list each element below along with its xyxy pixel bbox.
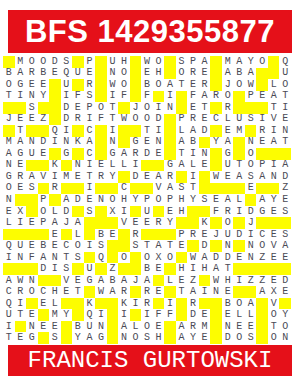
blank-cell <box>256 79 268 91</box>
letter-cell: E <box>279 252 291 264</box>
letter-cell: E <box>279 114 291 126</box>
blank-cell <box>199 275 211 287</box>
blank-cell <box>95 183 107 195</box>
title-band: BFS 1429355877 <box>8 10 292 53</box>
blank-cell <box>118 125 130 137</box>
letter-cell: R <box>141 298 153 310</box>
letter-cell: E <box>153 263 165 275</box>
letter-cell: M <box>61 171 73 183</box>
letter-cell: O <box>141 321 153 333</box>
blank-cell <box>164 321 176 333</box>
letter-cell: G <box>15 79 27 91</box>
blank-cell <box>26 125 38 137</box>
blank-cell <box>245 125 257 137</box>
letter-cell: N <box>245 137 257 149</box>
letter-cell: Q <box>95 252 107 264</box>
letter-cell: T <box>15 125 27 137</box>
letter-cell: E <box>256 91 268 103</box>
letter-cell: D <box>233 229 245 241</box>
letter-cell: R <box>187 321 199 333</box>
letter-cell: B <box>187 137 199 149</box>
letter-cell: U <box>141 206 153 218</box>
letter-cell: T <box>3 91 15 103</box>
blank-cell <box>95 91 107 103</box>
blank-cell <box>84 252 96 264</box>
letter-cell: K <box>72 137 84 149</box>
letter-cell: E <box>26 240 38 252</box>
letter-cell: Z <box>245 275 257 287</box>
blank-cell <box>199 137 211 149</box>
letter-cell: U <box>222 160 234 172</box>
blank-cell <box>38 229 50 241</box>
blank-cell <box>164 229 176 241</box>
letter-cell: L <box>118 160 130 172</box>
letter-cell: D <box>61 114 73 126</box>
letter-cell: O <box>26 286 38 298</box>
letter-cell: D <box>49 56 61 68</box>
letter-cell: C <box>210 114 222 126</box>
letter-cell: K <box>84 298 96 310</box>
letter-cell: T <box>199 102 211 114</box>
letter-cell: C <box>61 240 73 252</box>
letter-cell: E <box>38 79 50 91</box>
letter-cell: C <box>84 148 96 160</box>
blank-cell <box>49 114 61 126</box>
letter-cell: T <box>84 171 96 183</box>
letter-cell: L <box>245 309 257 321</box>
blank-cell <box>268 68 280 80</box>
letter-cell: A <box>245 68 257 80</box>
letter-cell: A <box>84 332 96 344</box>
letter-cell: Y <box>187 194 199 206</box>
letter-cell: L <box>233 309 245 321</box>
blank-cell <box>26 206 38 218</box>
blank-cell <box>153 160 165 172</box>
letter-cell: S <box>176 183 188 195</box>
letter-cell: E <box>15 332 27 344</box>
blank-cell <box>26 194 38 206</box>
blank-cell <box>210 56 222 68</box>
blank-cell <box>199 298 211 310</box>
letter-cell: N <box>153 137 165 149</box>
blank-cell <box>233 240 245 252</box>
letter-cell: E <box>49 321 61 333</box>
letter-cell: G <box>26 332 38 344</box>
letter-cell: Z <box>279 183 291 195</box>
letter-cell: E <box>26 79 38 91</box>
letter-cell: E <box>245 321 257 333</box>
letter-cell: T <box>61 252 73 264</box>
letter-cell: U <box>233 114 245 126</box>
letter-cell: M <box>233 125 245 137</box>
letter-cell: P <box>38 217 50 229</box>
letter-cell: S <box>95 240 107 252</box>
letter-cell: O <box>233 298 245 310</box>
letter-cell: A <box>176 332 188 344</box>
letter-cell: I <box>61 91 73 103</box>
letter-cell: O <box>153 79 165 91</box>
letter-cell: E <box>268 252 280 264</box>
letter-cell: E <box>26 309 38 321</box>
letter-cell: A <box>118 321 130 333</box>
letter-cell: A <box>199 91 211 103</box>
letter-cell: W <box>141 56 153 68</box>
blank-cell <box>176 171 188 183</box>
letter-cell: D <box>279 171 291 183</box>
letter-cell: T <box>222 263 234 275</box>
blank-cell <box>61 298 73 310</box>
letter-cell: O <box>233 332 245 344</box>
letter-cell: T <box>176 286 188 298</box>
letter-cell: M <box>222 56 234 68</box>
letter-cell: I <box>118 309 130 321</box>
letter-cell: L <box>130 321 142 333</box>
letter-cell: Z <box>256 275 268 287</box>
letter-cell: C <box>38 286 50 298</box>
letter-cell: E <box>222 125 234 137</box>
blank-cell <box>233 263 245 275</box>
letter-cell: J <box>130 102 142 114</box>
letter-cell: T <box>107 114 119 126</box>
blank-cell <box>107 309 119 321</box>
letter-cell: K <box>199 217 211 229</box>
blank-cell <box>233 286 245 298</box>
letter-cell: A <box>3 148 15 160</box>
letter-cell: T <box>279 91 291 103</box>
letter-cell: E <box>141 171 153 183</box>
letter-cell: S <box>61 56 73 68</box>
blank-cell <box>199 171 211 183</box>
blank-cell <box>95 68 107 80</box>
blank-cell <box>245 102 257 114</box>
letter-cell: C <box>118 183 130 195</box>
blank-cell <box>84 229 96 241</box>
letter-cell: D <box>141 148 153 160</box>
letter-cell: O <box>222 91 234 103</box>
letter-cell: E <box>199 160 211 172</box>
letter-cell: H <box>176 194 188 206</box>
letter-cell: N <box>26 275 38 287</box>
letter-cell: S <box>84 91 96 103</box>
letter-cell: N <box>15 252 27 264</box>
letter-cell: E <box>153 148 165 160</box>
blank-cell <box>256 309 268 321</box>
blank-cell <box>210 125 222 137</box>
blank-cell <box>256 298 268 310</box>
letter-cell: W <box>187 252 199 264</box>
letter-cell: C <box>3 286 15 298</box>
letter-cell: S <box>245 114 257 126</box>
letter-cell: V <box>61 275 73 287</box>
letter-cell: W <box>210 171 222 183</box>
letter-cell: I <box>187 263 199 275</box>
letter-cell: K <box>49 160 61 172</box>
letter-cell: O <box>141 102 153 114</box>
blank-cell <box>38 309 50 321</box>
letter-cell: R <box>141 286 153 298</box>
letter-cell: A <box>176 321 188 333</box>
blank-cell <box>26 229 38 241</box>
letter-cell: A <box>84 137 96 149</box>
letter-cell: D <box>210 252 222 264</box>
blank-cell <box>49 102 61 114</box>
letter-cell: I <box>164 298 176 310</box>
letter-cell: A <box>256 286 268 298</box>
letter-cell: E <box>38 148 50 160</box>
letter-cell: D <box>61 102 73 114</box>
letter-cell: E <box>61 286 73 298</box>
blank-cell <box>118 171 130 183</box>
blank-cell <box>95 79 107 91</box>
blank-cell <box>210 102 222 114</box>
letter-cell: X <box>15 206 27 218</box>
letter-cell: T <box>141 125 153 137</box>
blank-cell <box>164 286 176 298</box>
blank-cell <box>210 79 222 91</box>
letter-cell: I <box>15 217 27 229</box>
blank-cell <box>61 332 73 344</box>
letter-cell: Z <box>256 252 268 264</box>
blank-cell <box>26 298 38 310</box>
letter-cell: E <box>199 309 211 321</box>
blank-cell <box>164 56 176 68</box>
blank-cell <box>245 194 257 206</box>
letter-cell: E <box>279 286 291 298</box>
letter-cell: P <box>84 102 96 114</box>
letter-cell: E <box>141 137 153 149</box>
blank-cell <box>84 217 96 229</box>
letter-cell: O <box>26 56 38 68</box>
letter-cell: I <box>130 298 142 310</box>
letter-cell: E <box>199 229 211 241</box>
letter-cell: H <box>118 194 130 206</box>
letter-cell: A <box>153 171 165 183</box>
blank-cell <box>279 217 291 229</box>
letter-cell: I <box>49 263 61 275</box>
letter-cell: R <box>130 229 142 241</box>
letter-cell: G <box>130 137 142 149</box>
letter-cell: I <box>61 125 73 137</box>
blank-cell <box>210 68 222 80</box>
letter-cell: E <box>153 321 165 333</box>
letter-cell: P <box>164 194 176 206</box>
blank-cell <box>153 275 165 287</box>
letter-cell: I <box>153 102 165 114</box>
letter-cell: O <box>279 321 291 333</box>
blank-cell <box>38 125 50 137</box>
letter-cell: L <box>268 79 280 91</box>
blank-cell <box>61 183 73 195</box>
letter-cell: A <box>118 275 130 287</box>
letter-cell: F <box>118 91 130 103</box>
letter-cell: A <box>279 160 291 172</box>
letter-cell: R <box>84 79 96 91</box>
blank-cell <box>222 183 234 195</box>
letter-cell: A <box>233 56 245 68</box>
letter-cell: O <box>153 56 165 68</box>
letter-cell: I <box>84 114 96 126</box>
blank-cell <box>118 263 130 275</box>
blank-cell <box>130 79 142 91</box>
letter-cell: R <box>164 171 176 183</box>
letter-cell: L <box>176 125 188 137</box>
letter-cell: T <box>15 309 27 321</box>
letter-cell: B <box>222 298 234 310</box>
letter-cell: B <box>141 79 153 91</box>
letter-cell: T <box>3 332 15 344</box>
blank-cell <box>210 298 222 310</box>
letter-cell: D <box>222 252 234 264</box>
letter-cell: A <box>199 252 211 264</box>
letter-cell: D <box>72 194 84 206</box>
blank-cell <box>176 217 188 229</box>
book-title: BFS 1429355877 <box>25 14 275 50</box>
letter-cell: J <box>210 229 222 241</box>
blank-cell <box>130 206 142 218</box>
letter-cell: Q <box>279 56 291 68</box>
letter-cell: O <box>130 332 142 344</box>
letter-cell: A <box>141 275 153 287</box>
blank-cell <box>118 102 130 114</box>
letter-cell: O <box>256 240 268 252</box>
letter-cell: L <box>49 298 61 310</box>
blank-cell <box>256 332 268 344</box>
blank-cell <box>164 68 176 80</box>
letter-cell: E <box>176 275 188 287</box>
letter-cell: A <box>256 171 268 183</box>
letter-cell: A <box>38 252 50 264</box>
blank-cell <box>256 148 268 160</box>
letter-cell: R <box>26 68 38 80</box>
letter-cell: E <box>3 206 15 218</box>
letter-cell: F <box>95 114 107 126</box>
letter-cell: A <box>210 263 222 275</box>
letter-cell: N <box>3 160 15 172</box>
blank-cell <box>49 275 61 287</box>
blank-cell <box>26 160 38 172</box>
letter-cell: U <box>72 68 84 80</box>
letter-cell: Y <box>210 137 222 149</box>
letter-cell: A <box>199 56 211 68</box>
letter-cell: T <box>233 160 245 172</box>
blank-cell <box>279 298 291 310</box>
letter-cell: G <box>3 171 15 183</box>
letter-cell: R <box>222 206 234 218</box>
letter-cell: R <box>199 79 211 91</box>
letter-cell: A <box>268 137 280 149</box>
letter-cell: T <box>268 102 280 114</box>
blank-cell <box>3 102 15 114</box>
letter-cell: Y <box>187 332 199 344</box>
letter-cell: A <box>164 79 176 91</box>
letter-cell: D <box>38 263 50 275</box>
blank-cell <box>233 102 245 114</box>
letter-cell: M <box>199 321 211 333</box>
letter-cell: O <box>279 79 291 91</box>
letter-cell: E <box>245 183 257 195</box>
letter-cell: U <box>84 263 96 275</box>
letter-cell: T <box>72 286 84 298</box>
blank-cell <box>187 217 199 229</box>
blank-cell <box>38 332 50 344</box>
letter-cell: N <box>95 194 107 206</box>
letter-cell: G <box>61 148 73 160</box>
letter-cell: A <box>107 286 119 298</box>
letter-cell: O <box>268 309 280 321</box>
letter-cell: C <box>84 125 96 137</box>
letter-cell: O <box>107 194 119 206</box>
blank-cell <box>141 183 153 195</box>
letter-cell: I <box>118 206 130 218</box>
letter-cell: I <box>84 183 96 195</box>
letter-cell: Y <box>130 194 142 206</box>
blank-cell <box>164 148 176 160</box>
letter-cell: A <box>222 194 234 206</box>
letter-cell: U <box>107 56 119 68</box>
letter-cell: I <box>130 160 142 172</box>
letter-cell: N <box>3 194 15 206</box>
letter-cell: N <box>61 137 73 149</box>
blank-cell <box>256 68 268 80</box>
letter-cell: D <box>130 171 142 183</box>
letter-cell: M <box>3 137 15 149</box>
letter-cell: A <box>222 68 234 80</box>
letter-cell: N <box>222 321 234 333</box>
letter-cell: E <box>176 240 188 252</box>
blank-cell <box>141 229 153 241</box>
blank-cell <box>107 183 119 195</box>
letter-cell: L <box>164 275 176 287</box>
letter-cell: R <box>222 102 234 114</box>
letter-cell: E <box>49 240 61 252</box>
letter-cell: L <box>233 194 245 206</box>
blank-cell <box>176 309 188 321</box>
letter-cell: A <box>15 68 27 80</box>
letter-cell: E <box>141 217 153 229</box>
blank-cell <box>256 183 268 195</box>
blank-cell <box>107 217 119 229</box>
letter-cell: D <box>38 137 50 149</box>
letter-cell: T <box>268 321 280 333</box>
blank-cell <box>72 148 84 160</box>
letter-cell: N <box>26 137 38 149</box>
blank-cell <box>107 298 119 310</box>
letter-cell: O <box>245 160 257 172</box>
letter-cell: X <box>107 206 119 218</box>
letter-cell: O <box>130 114 142 126</box>
blank-cell <box>95 125 107 137</box>
letter-cell: A <box>233 171 245 183</box>
letter-cell: D <box>61 206 73 218</box>
letter-cell: E <box>84 68 96 80</box>
letter-cell: H <box>153 332 165 344</box>
letter-cell: N <box>245 240 257 252</box>
letter-cell: N <box>26 91 38 103</box>
blank-cell <box>233 183 245 195</box>
letter-cell: M <box>15 56 27 68</box>
letter-cell: Z <box>107 263 119 275</box>
letter-cell: V <box>118 217 130 229</box>
blank-cell <box>15 194 27 206</box>
blank-cell <box>38 160 50 172</box>
letter-cell: E <box>210 194 222 206</box>
blank-cell <box>130 263 142 275</box>
letter-cell: U <box>279 68 291 80</box>
letter-cell: N <box>210 286 222 298</box>
blank-cell <box>245 286 257 298</box>
letter-cell: E <box>49 68 61 80</box>
letter-cell: W <box>245 79 257 91</box>
